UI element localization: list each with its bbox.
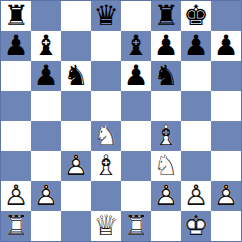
square-d4[interactable]: ♞♘ xyxy=(91,121,121,151)
square-f5[interactable] xyxy=(151,91,181,121)
square-h7[interactable]: ♟ xyxy=(211,31,241,61)
square-h6[interactable] xyxy=(211,61,241,91)
square-b8[interactable] xyxy=(31,1,61,31)
square-f6[interactable]: ♞ xyxy=(151,61,181,91)
white-pawn[interactable]: ♟♙ xyxy=(181,181,211,211)
square-d5[interactable] xyxy=(91,91,121,121)
square-d2[interactable] xyxy=(91,181,121,211)
white-pawn-outline: ♙ xyxy=(31,181,61,211)
black-pawn[interactable]: ♟ xyxy=(211,31,241,61)
square-h8[interactable] xyxy=(211,1,241,31)
black-pawn[interactable]: ♟ xyxy=(1,31,31,61)
square-g5[interactable] xyxy=(181,91,211,121)
black-pawn-glyph: ♟ xyxy=(211,31,241,61)
square-c3[interactable]: ♟♙ xyxy=(61,151,91,181)
black-pawn-glyph: ♟ xyxy=(1,31,31,61)
square-d8[interactable]: ♛ xyxy=(91,1,121,31)
square-b7[interactable]: ♝ xyxy=(31,31,61,61)
square-c1[interactable] xyxy=(61,211,91,241)
white-pawn[interactable]: ♟♙ xyxy=(211,181,241,211)
white-knight-outline: ♘ xyxy=(151,151,181,181)
white-bishop-outline: ♗ xyxy=(151,121,181,151)
black-queen[interactable]: ♛ xyxy=(91,1,121,31)
white-pawn-outline: ♙ xyxy=(211,181,241,211)
white-queen[interactable]: ♛♕ xyxy=(91,211,121,241)
white-rook-outline: ♖ xyxy=(1,211,31,241)
square-d3[interactable]: ♝♗ xyxy=(91,151,121,181)
square-a2[interactable]: ♟♙ xyxy=(1,181,31,211)
black-pawn[interactable]: ♟ xyxy=(181,31,211,61)
square-h5[interactable] xyxy=(211,91,241,121)
square-c7[interactable] xyxy=(61,31,91,61)
white-pawn[interactable]: ♟♙ xyxy=(31,181,61,211)
white-knight[interactable]: ♞♘ xyxy=(91,121,121,151)
square-e2[interactable] xyxy=(121,181,151,211)
black-rook-glyph: ♜ xyxy=(151,1,181,31)
square-c4[interactable] xyxy=(61,121,91,151)
square-a4[interactable] xyxy=(1,121,31,151)
square-g6[interactable] xyxy=(181,61,211,91)
white-pawn-outline: ♙ xyxy=(1,181,31,211)
square-f7[interactable]: ♟ xyxy=(151,31,181,61)
black-pawn-glyph: ♟ xyxy=(151,31,181,61)
white-pawn-outline: ♙ xyxy=(181,181,211,211)
square-b4[interactable] xyxy=(31,121,61,151)
square-a1[interactable]: ♜♖ xyxy=(1,211,31,241)
black-bishop[interactable]: ♝ xyxy=(31,31,61,61)
black-bishop-glyph: ♝ xyxy=(31,31,61,61)
square-f8[interactable]: ♜ xyxy=(151,1,181,31)
white-pawn[interactable]: ♟♙ xyxy=(1,181,31,211)
white-king[interactable]: ♚♔ xyxy=(181,211,211,241)
black-knight-glyph: ♞ xyxy=(61,61,91,91)
black-knight[interactable]: ♞ xyxy=(61,61,91,91)
square-e7[interactable]: ♝ xyxy=(121,31,151,61)
white-queen-outline: ♕ xyxy=(91,211,121,241)
square-g4[interactable] xyxy=(181,121,211,151)
black-bishop[interactable]: ♝ xyxy=(121,31,151,61)
square-c6[interactable]: ♞ xyxy=(61,61,91,91)
black-queen-glyph: ♛ xyxy=(91,1,121,31)
square-b1[interactable] xyxy=(31,211,61,241)
square-a8[interactable]: ♜ xyxy=(1,1,31,31)
square-h2[interactable]: ♟♙ xyxy=(211,181,241,211)
chess-board: ♜♛♜♚♟♝♝♟♟♟♟♞♟♞♞♘♝♗♟♙♝♗♞♘♟♙♟♙♟♙♟♙♟♙♜♖♛♕♜♖… xyxy=(0,0,242,242)
black-pawn-glyph: ♟ xyxy=(181,31,211,61)
square-a6[interactable] xyxy=(1,61,31,91)
square-b3[interactable] xyxy=(31,151,61,181)
square-d7[interactable] xyxy=(91,31,121,61)
square-h4[interactable] xyxy=(211,121,241,151)
square-f1[interactable] xyxy=(151,211,181,241)
white-king-outline: ♔ xyxy=(181,211,211,241)
black-rook-glyph: ♜ xyxy=(1,1,31,31)
square-c8[interactable] xyxy=(61,1,91,31)
square-c5[interactable] xyxy=(61,91,91,121)
square-d1[interactable]: ♛♕ xyxy=(91,211,121,241)
square-e3[interactable] xyxy=(121,151,151,181)
white-pawn-outline: ♙ xyxy=(151,181,181,211)
square-a3[interactable] xyxy=(1,151,31,181)
black-rook[interactable]: ♜ xyxy=(151,1,181,31)
black-knight-glyph: ♞ xyxy=(151,61,181,91)
black-pawn[interactable]: ♟ xyxy=(121,61,151,91)
white-knight-outline: ♘ xyxy=(91,121,121,151)
white-knight[interactable]: ♞♘ xyxy=(151,151,181,181)
black-knight[interactable]: ♞ xyxy=(151,61,181,91)
white-bishop-outline: ♗ xyxy=(91,151,121,181)
square-f2[interactable]: ♟♙ xyxy=(151,181,181,211)
white-pawn-outline: ♙ xyxy=(61,151,91,181)
square-h3[interactable] xyxy=(211,151,241,181)
black-rook[interactable]: ♜ xyxy=(1,1,31,31)
square-e4[interactable] xyxy=(121,121,151,151)
black-pawn[interactable]: ♟ xyxy=(31,61,61,91)
black-bishop-glyph: ♝ xyxy=(121,31,151,61)
square-g7[interactable]: ♟ xyxy=(181,31,211,61)
square-c2[interactable] xyxy=(61,181,91,211)
white-pawn[interactable]: ♟♙ xyxy=(61,151,91,181)
square-f3[interactable]: ♞♘ xyxy=(151,151,181,181)
black-pawn[interactable]: ♟ xyxy=(151,31,181,61)
black-king[interactable]: ♚ xyxy=(181,1,211,31)
square-e6[interactable]: ♟ xyxy=(121,61,151,91)
square-f4[interactable]: ♝♗ xyxy=(151,121,181,151)
square-g1[interactable]: ♚♔ xyxy=(181,211,211,241)
black-king-glyph: ♚ xyxy=(181,1,211,31)
square-e8[interactable] xyxy=(121,1,151,31)
square-b5[interactable] xyxy=(31,91,61,121)
white-pawn[interactable]: ♟♙ xyxy=(151,181,181,211)
white-bishop[interactable]: ♝♗ xyxy=(91,151,121,181)
black-pawn-glyph: ♟ xyxy=(121,61,151,91)
square-b2[interactable]: ♟♙ xyxy=(31,181,61,211)
square-h1[interactable] xyxy=(211,211,241,241)
square-a5[interactable] xyxy=(1,91,31,121)
white-rook[interactable]: ♜♖ xyxy=(1,211,31,241)
black-pawn-glyph: ♟ xyxy=(31,61,61,91)
square-g3[interactable] xyxy=(181,151,211,181)
square-g2[interactable]: ♟♙ xyxy=(181,181,211,211)
square-e1[interactable]: ♜♖ xyxy=(121,211,151,241)
white-rook[interactable]: ♜♖ xyxy=(121,211,151,241)
white-bishop[interactable]: ♝♗ xyxy=(151,121,181,151)
square-d6[interactable] xyxy=(91,61,121,91)
square-e5[interactable] xyxy=(121,91,151,121)
white-rook-outline: ♖ xyxy=(121,211,151,241)
square-a7[interactable]: ♟ xyxy=(1,31,31,61)
square-b6[interactable]: ♟ xyxy=(31,61,61,91)
square-g8[interactable]: ♚ xyxy=(181,1,211,31)
